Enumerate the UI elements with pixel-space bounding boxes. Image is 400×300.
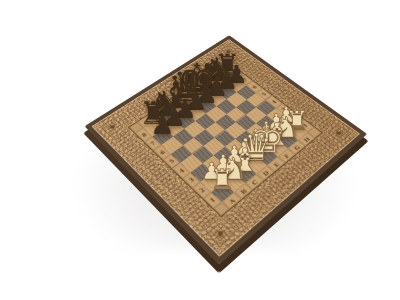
piece-white-rook[interactable]: ♜ (210, 166, 235, 194)
piece-black-pawn[interactable]: ♟ (150, 111, 174, 138)
chess-set-photo: ABCDEFGH8877665544332211ABCDEFGH ♜♞♝♛♚♝♞… (0, 0, 400, 300)
